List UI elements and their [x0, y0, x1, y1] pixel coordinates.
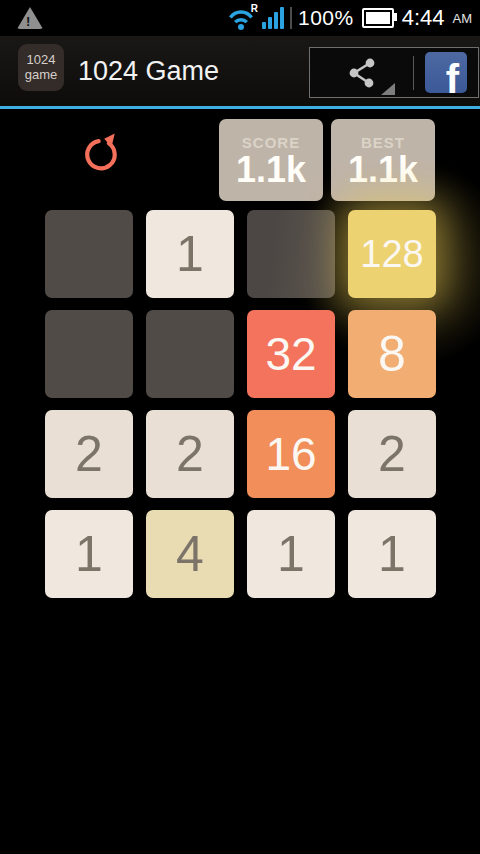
warning-icon: !: [17, 7, 43, 29]
empty-cell: [247, 210, 335, 298]
tile-8: 8: [348, 310, 436, 398]
status-bar: ! R 100% 4:44 AM: [0, 0, 480, 36]
tile-2: 2: [45, 410, 133, 498]
phone-screen: ! R 100% 4:44 AM 1024: [0, 0, 480, 854]
app-icon-line2: game: [25, 68, 58, 83]
app-icon: 1024 game: [18, 44, 64, 91]
tile-1: 1: [146, 210, 234, 298]
game-board[interactable]: 1128328221621411: [45, 210, 436, 598]
empty-cell: [146, 310, 234, 398]
facebook-icon: f: [425, 52, 467, 93]
actions-group: f: [309, 47, 479, 98]
tile-2: 2: [348, 410, 436, 498]
clock: 4:44: [402, 5, 445, 31]
app-icon-line1: 1024: [27, 53, 56, 68]
facebook-glyph: f: [446, 57, 459, 93]
tile-2: 2: [146, 410, 234, 498]
undo-icon: [79, 128, 123, 174]
tile-1: 1: [247, 510, 335, 598]
status-divider: [290, 7, 292, 29]
share-button[interactable]: [310, 48, 413, 97]
warning-glyph: !: [26, 14, 30, 29]
wifi-icon: R: [226, 5, 256, 31]
tile-32: 32: [247, 310, 335, 398]
battery-icon: [362, 8, 394, 28]
share-corner-triangle: [381, 83, 395, 95]
tile-1: 1: [348, 510, 436, 598]
battery-percentage: 100%: [298, 6, 354, 30]
status-indicators: R 100% 4:44 AM: [226, 0, 472, 36]
app-bar: 1024 game 1024 Game f: [0, 36, 480, 106]
empty-cell: [45, 310, 133, 398]
undo-button[interactable]: [79, 128, 123, 174]
empty-cell: [45, 210, 133, 298]
signal-bars-icon: [262, 7, 284, 29]
share-icon: [344, 55, 380, 91]
tile-1: 1: [45, 510, 133, 598]
tile-4: 4: [146, 510, 234, 598]
facebook-button[interactable]: f: [414, 48, 478, 97]
tile-128: 128: [348, 210, 436, 298]
meridiem: AM: [453, 11, 473, 26]
roaming-indicator: R: [251, 3, 258, 14]
tile-16: 16: [247, 410, 335, 498]
accent-divider: [0, 106, 480, 109]
app-title: 1024 Game: [78, 36, 219, 106]
